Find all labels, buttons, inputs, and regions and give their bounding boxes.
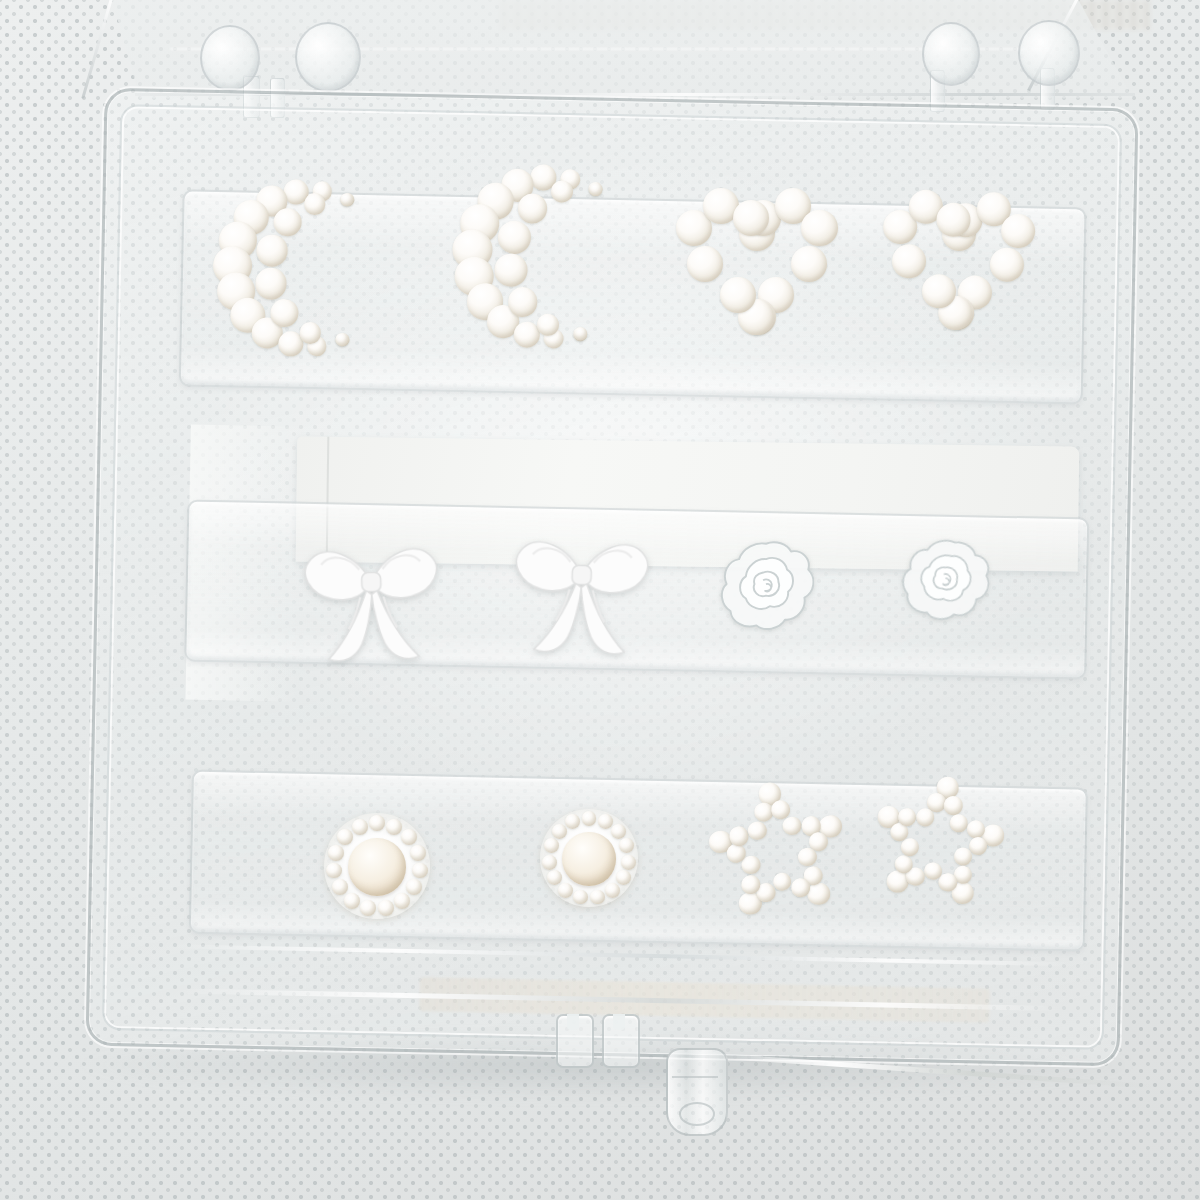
pearl-bead — [255, 184, 287, 216]
pearl-bead — [337, 829, 353, 845]
pearl-bead — [801, 210, 837, 246]
pearl-bead — [412, 863, 428, 879]
pearl-bead — [573, 890, 588, 905]
pearl-bead — [621, 855, 636, 870]
pearl-bead — [344, 893, 360, 909]
pearl-bead — [720, 277, 756, 313]
rose-shape — [718, 538, 814, 634]
pearl-bead — [806, 881, 832, 907]
pearl-bead — [565, 814, 580, 829]
pearl-bead — [923, 861, 943, 881]
bow-shape — [499, 513, 662, 676]
pearl-bead — [378, 900, 394, 916]
pearl-bead — [582, 811, 597, 826]
pearl-bead — [536, 312, 561, 337]
pearl-bead — [590, 890, 605, 905]
rose-shape — [891, 526, 999, 634]
pearl-bead — [298, 321, 321, 344]
pearl-bead — [486, 304, 521, 339]
pearl-bead — [939, 296, 974, 331]
pearl-bead — [616, 870, 631, 885]
flower-base — [324, 813, 431, 920]
pearl-bead — [547, 870, 562, 885]
pearl-bead — [703, 188, 739, 224]
pearl-bead — [896, 806, 917, 827]
pearl-bead — [560, 168, 582, 190]
earring-moon-right — [442, 147, 664, 369]
pearl-bead — [950, 881, 975, 906]
pearl-bead — [348, 838, 406, 896]
pearl-bead — [802, 865, 824, 887]
pearl-bead — [725, 843, 747, 865]
pearl-bead — [496, 219, 532, 255]
pearl-bead — [458, 202, 501, 245]
pearl-bead — [772, 871, 793, 892]
pearl-bead — [410, 845, 426, 861]
pearl-bead — [573, 326, 589, 342]
pearl-bead — [941, 216, 976, 251]
pearl-bead — [800, 815, 822, 837]
pearl-bead — [885, 869, 910, 894]
pearl-bead — [753, 802, 775, 824]
pearl-bead — [965, 819, 986, 840]
pearl-bead — [250, 317, 282, 349]
pearl-bead — [335, 332, 349, 346]
pearl-bead — [817, 814, 843, 840]
earring-bow-right — [499, 513, 662, 676]
pearl-bead — [948, 202, 983, 237]
pearl-bead — [273, 207, 302, 236]
pearl-bead — [708, 829, 734, 855]
earring-flower-right — [538, 807, 640, 909]
pearl-bead — [889, 821, 910, 842]
pearl-bead — [229, 296, 265, 332]
pearl-bead — [676, 210, 712, 246]
pearl-bead — [687, 246, 723, 282]
pearl-bead — [493, 252, 529, 288]
pearl-bead — [791, 246, 827, 282]
pearl-bead — [990, 247, 1025, 282]
pearl-bead — [747, 820, 768, 841]
pearl-bead — [926, 792, 947, 813]
pearl-bead — [282, 178, 308, 204]
pearl-bead — [937, 871, 958, 892]
pearl-bead — [328, 845, 344, 861]
pearl-bead — [775, 188, 811, 224]
earring-rose-left — [718, 538, 814, 634]
pearl-bead — [938, 296, 973, 331]
pearl-bead — [529, 163, 558, 192]
pearl-bead — [733, 200, 769, 236]
pearl-bead — [550, 179, 575, 204]
pearl-bead — [233, 199, 269, 235]
pearl-bead — [218, 220, 257, 259]
earring-flower-left — [322, 811, 432, 921]
pearl-bead — [745, 200, 781, 236]
pearl-bead — [450, 227, 494, 271]
pearl-bead — [757, 782, 783, 808]
pearl-bead — [401, 829, 417, 845]
pearl-bead — [326, 863, 342, 879]
pearl-bead — [758, 277, 794, 313]
pearl-bead — [797, 847, 818, 868]
earring-bow-left — [290, 520, 453, 683]
pearl-bead — [255, 234, 288, 267]
pearl-bead — [905, 866, 926, 887]
pearl-bead — [611, 824, 626, 839]
pearl-bead — [976, 192, 1011, 227]
pearl-bead — [770, 799, 792, 821]
pearl-bead — [893, 854, 914, 875]
pearl-bead — [573, 327, 587, 341]
pearl-bead — [542, 855, 557, 870]
pearl-bead — [507, 286, 539, 318]
pearl-bead — [876, 804, 901, 829]
bow-shape — [290, 520, 453, 683]
pearl-bead — [453, 255, 496, 298]
pearl-bead — [340, 192, 354, 206]
pearl-bead — [306, 336, 326, 356]
pearl-bead — [303, 192, 326, 215]
pearl-bead — [335, 333, 348, 346]
pearl-bead — [738, 299, 774, 335]
pearl-bead — [312, 181, 332, 201]
pearl-bead — [922, 274, 957, 309]
earring-rose-right — [891, 526, 999, 634]
pearl-bead — [562, 832, 616, 886]
pearl-bead — [935, 775, 960, 800]
pearl-bead — [513, 320, 542, 349]
pearl-bead — [738, 891, 764, 917]
earring-star-right — [859, 764, 1017, 922]
pearl-bead — [740, 873, 762, 895]
earring-moon-left — [209, 167, 411, 369]
pearl-bead — [968, 835, 989, 856]
earring-heart-left — [673, 179, 841, 347]
pearl-bead — [406, 879, 422, 895]
pearl-bead — [899, 837, 919, 857]
pearl-bead — [1000, 214, 1035, 249]
pearl-bead — [544, 838, 559, 853]
pearl-bead — [605, 883, 620, 898]
pearl-bead — [789, 877, 811, 899]
earrings-layer — [0, 0, 1200, 1200]
pearl-bead — [360, 900, 376, 916]
pearl-bead — [465, 282, 505, 322]
pearl-bead — [981, 823, 1006, 848]
pearl-bead — [254, 267, 287, 300]
pearl-bead — [212, 245, 252, 285]
pearl-bead — [589, 182, 603, 196]
pearl-bead — [598, 814, 613, 829]
pearl-bead — [517, 192, 549, 224]
pearl-bead — [558, 883, 573, 898]
pearl-bead — [332, 879, 348, 895]
pearl-bead — [500, 168, 535, 203]
pearl-bead — [741, 855, 762, 876]
pearl-bead — [808, 831, 830, 853]
pearl-bead — [739, 215, 775, 251]
earring-star-left — [698, 772, 858, 932]
earring-heart-right — [876, 180, 1039, 343]
pearl-bead — [915, 807, 935, 827]
pearl-bead — [340, 193, 353, 206]
pearl-bead — [619, 838, 634, 853]
photo-canvas — [0, 0, 1200, 1200]
pearl-bead — [936, 202, 971, 237]
pearl-bead — [394, 893, 410, 909]
pearl-bead — [782, 815, 803, 836]
pearl-bead — [352, 819, 368, 835]
pearl-bead — [891, 244, 926, 279]
pearl-bead — [756, 882, 778, 904]
pearl-bead — [277, 330, 303, 356]
pearl-bead — [909, 189, 944, 224]
pearl-bead — [588, 182, 604, 198]
pearl-bead — [552, 824, 567, 839]
pearl-bead — [942, 795, 963, 816]
flower-base — [540, 809, 639, 908]
pearl-bead — [269, 298, 298, 327]
pearl-bead — [216, 272, 255, 311]
pearl-bead — [953, 846, 973, 866]
pearl-bead — [728, 825, 750, 847]
pearl-bead — [740, 299, 776, 335]
pearl-bead — [952, 864, 973, 885]
pearl-bead — [883, 210, 918, 245]
pearl-bead — [543, 328, 565, 350]
pearl-bead — [369, 815, 385, 831]
pearl-bead — [475, 181, 515, 221]
pearl-bead — [948, 813, 968, 833]
pearl-bead — [957, 275, 992, 310]
pearl-bead — [386, 819, 402, 835]
